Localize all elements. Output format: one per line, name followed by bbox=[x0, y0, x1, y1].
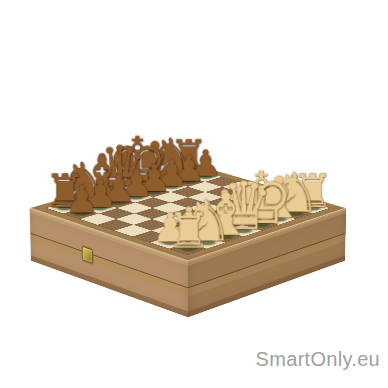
watermark-text: SmartOnly.eu bbox=[256, 348, 380, 371]
pawn-icon: ♟ bbox=[64, 180, 98, 218]
brass-clasp-icon bbox=[82, 246, 93, 264]
chess-box: ♜♞♝♛♚♝♞♜♟♟♟♟♟♟♟♟♟♟♟♟♟♟♟♟♜♞♝♛♚♝♞♜ bbox=[30, 162, 347, 260]
product-photo: ♜♞♝♛♚♝♞♜♟♟♟♟♟♟♟♟♟♟♟♟♟♟♟♟♜♞♝♛♚♝♞♜ SmartOn… bbox=[0, 0, 388, 388]
rook-icon: ♜ bbox=[166, 206, 210, 255]
